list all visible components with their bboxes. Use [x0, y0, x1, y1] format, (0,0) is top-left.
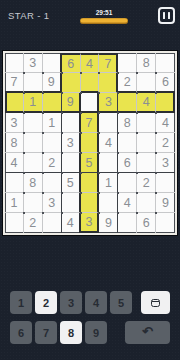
key-8[interactable]: 8	[60, 321, 82, 344]
cell-r9c4[interactable]: 4	[62, 213, 81, 233]
cell-r4c3[interactable]: 1	[43, 113, 62, 133]
cell-r4c2[interactable]	[24, 113, 43, 133]
cell-r8c5[interactable]	[81, 193, 100, 213]
cell-r4c8[interactable]	[137, 113, 156, 133]
cell-r4c7[interactable]: 8	[118, 113, 137, 133]
eraser-icon	[151, 299, 160, 307]
cell-r5c8[interactable]	[137, 133, 156, 153]
cell-r8c8[interactable]	[137, 193, 156, 213]
cell-r2c1[interactable]: 7	[5, 73, 24, 93]
cell-r2c4[interactable]	[62, 73, 81, 93]
cell-r6c4[interactable]	[62, 153, 81, 173]
cell-r3c4[interactable]: 9	[62, 93, 81, 113]
cell-r9c7[interactable]	[118, 213, 137, 233]
cell-r2c7[interactable]: 2	[118, 73, 137, 93]
cell-r7c8[interactable]: 2	[137, 173, 156, 193]
cell-r7c1[interactable]	[5, 173, 24, 193]
key-7[interactable]: 7	[35, 321, 57, 344]
cell-r6c7[interactable]: 6	[118, 153, 137, 173]
cell-r3c1[interactable]	[5, 93, 24, 113]
cell-r2c9[interactable]: 6	[156, 73, 175, 93]
cell-r1c2[interactable]: 3	[24, 53, 43, 73]
eraser-button[interactable]	[141, 291, 170, 314]
cell-r5c9[interactable]: 2	[156, 133, 175, 153]
cell-r5c4[interactable]: 3	[62, 133, 81, 153]
cell-r7c4[interactable]: 5	[62, 173, 81, 193]
cell-r3c2[interactable]: 1	[24, 93, 43, 113]
key-4[interactable]: 4	[85, 291, 107, 314]
cell-r4c6[interactable]	[99, 113, 118, 133]
timer: 29:51	[80, 8, 128, 24]
cell-r1c1[interactable]	[5, 53, 24, 73]
cell-r8c4[interactable]	[62, 193, 81, 213]
sudoku-app-screen: STAR - 1 29:51 3647879261934317848342425…	[0, 0, 180, 360]
cell-r1c4[interactable]: 6	[62, 53, 81, 73]
cell-r9c6[interactable]: 9	[99, 213, 118, 233]
cell-r7c2[interactable]: 8	[24, 173, 43, 193]
cell-r7c3[interactable]	[43, 173, 62, 193]
cell-r6c6[interactable]	[99, 153, 118, 173]
cell-r1c7[interactable]	[118, 53, 137, 73]
cell-r5c6[interactable]: 4	[99, 133, 118, 153]
cell-r9c5[interactable]: 3	[81, 213, 100, 233]
cell-r1c8[interactable]: 8	[137, 53, 156, 73]
cell-r1c3[interactable]	[43, 53, 62, 73]
cell-r4c9[interactable]: 4	[156, 113, 175, 133]
cell-r7c7[interactable]	[118, 173, 137, 193]
cell-r3c7[interactable]	[118, 93, 137, 113]
key-3[interactable]: 3	[60, 291, 82, 314]
timer-progress-bar	[80, 18, 128, 24]
cell-r1c5[interactable]: 4	[81, 53, 100, 73]
cell-r2c2[interactable]	[24, 73, 43, 93]
cell-r8c3[interactable]: 3	[43, 193, 62, 213]
cell-r9c8[interactable]: 6	[137, 213, 156, 233]
cell-r2c5[interactable]	[81, 73, 100, 93]
cell-r9c2[interactable]: 2	[24, 213, 43, 233]
cell-r8c6[interactable]	[99, 193, 118, 213]
cell-r5c1[interactable]: 8	[5, 133, 24, 153]
cell-r8c7[interactable]: 4	[118, 193, 137, 213]
key-6[interactable]: 6	[10, 321, 32, 344]
cell-r9c3[interactable]	[43, 213, 62, 233]
cell-r3c6[interactable]: 3	[99, 93, 118, 113]
cell-r5c5[interactable]	[81, 133, 100, 153]
cell-r8c1[interactable]: 1	[5, 193, 24, 213]
cell-r2c3[interactable]: 9	[43, 73, 62, 93]
pause-icon	[163, 12, 166, 19]
undo-icon: ↶	[142, 325, 153, 338]
cell-r6c9[interactable]: 3	[156, 153, 175, 173]
cell-r4c4[interactable]	[62, 113, 81, 133]
key-1[interactable]: 1	[10, 291, 32, 314]
cell-r2c8[interactable]	[137, 73, 156, 93]
cell-r6c8[interactable]	[137, 153, 156, 173]
cell-r5c3[interactable]	[43, 133, 62, 153]
cell-r1c6[interactable]: 7	[99, 53, 118, 73]
cell-r6c1[interactable]: 4	[5, 153, 24, 173]
cell-r6c3[interactable]: 2	[43, 153, 62, 173]
pause-button[interactable]	[158, 7, 175, 24]
key-5[interactable]: 5	[110, 291, 132, 314]
key-2[interactable]: 2	[35, 291, 57, 314]
cell-r3c5[interactable]	[81, 93, 100, 113]
key-9[interactable]: 9	[85, 321, 107, 344]
cell-r8c2[interactable]	[24, 193, 43, 213]
cell-r5c7[interactable]	[118, 133, 137, 153]
cell-r7c9[interactable]	[156, 173, 175, 193]
cell-r3c3[interactable]	[43, 93, 62, 113]
cell-r5c2[interactable]	[24, 133, 43, 153]
cell-r6c2[interactable]	[24, 153, 43, 173]
timer-text: 29:51	[80, 8, 128, 17]
pause-icon	[168, 12, 171, 19]
cell-r6c5[interactable]: 5	[81, 153, 100, 173]
sudoku-board: 3647879261934317848342425638512134924396	[3, 51, 177, 235]
undo-button[interactable]: ↶	[125, 321, 170, 344]
cell-r3c9[interactable]	[156, 93, 175, 113]
cell-r7c6[interactable]: 1	[99, 173, 118, 193]
cell-r4c5[interactable]: 7	[81, 113, 100, 133]
cell-r4c1[interactable]: 3	[5, 113, 24, 133]
cell-r9c1[interactable]	[5, 213, 24, 233]
level-title: STAR - 1	[8, 10, 50, 21]
cell-r7c5[interactable]	[81, 173, 100, 193]
cell-r9c9[interactable]	[156, 213, 175, 233]
cell-r2c6[interactable]	[99, 73, 118, 93]
cell-r3c8[interactable]: 4	[137, 93, 156, 113]
cell-r1c9[interactable]	[156, 53, 175, 73]
cell-r8c9[interactable]: 9	[156, 193, 175, 213]
